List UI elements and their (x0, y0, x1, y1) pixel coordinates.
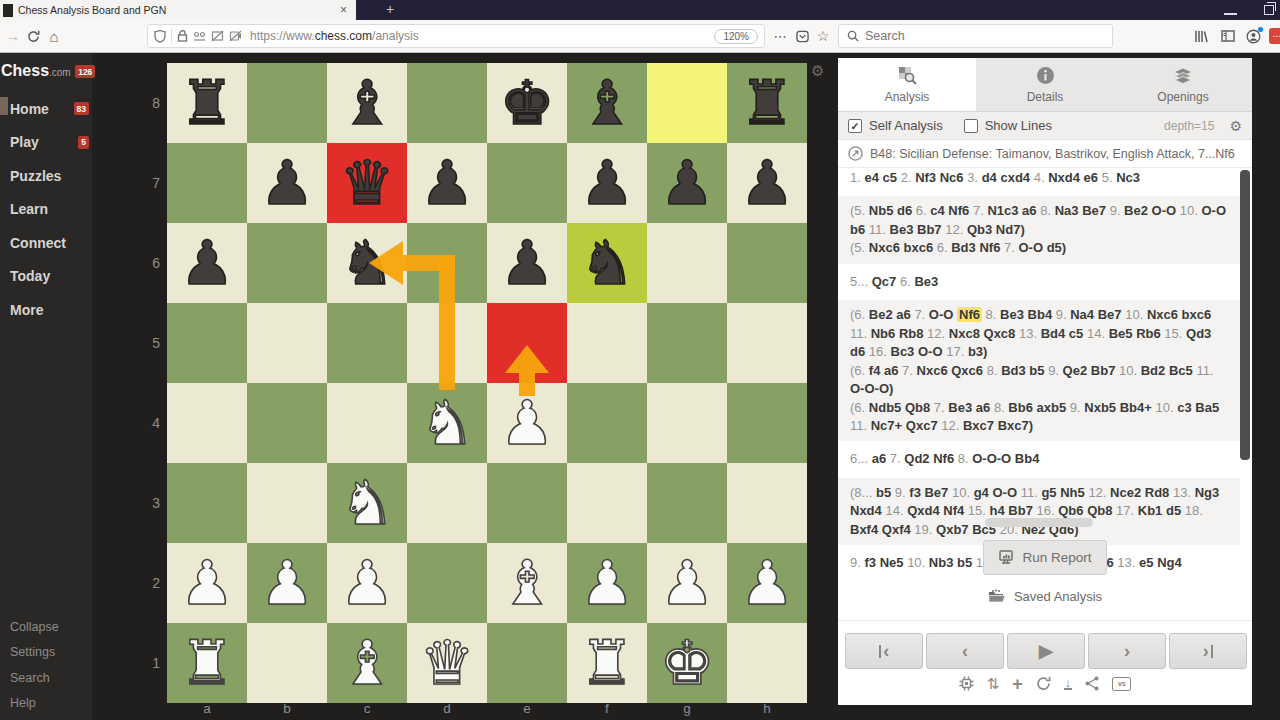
move-number: 14. (885, 503, 903, 518)
move-san[interactable]: c4 (930, 203, 944, 218)
move-san[interactable]: Bd4 (1041, 326, 1066, 341)
square-b1[interactable] (247, 623, 327, 703)
sidebar-toggle-icon[interactable] (1218, 20, 1238, 52)
move-san[interactable]: Nb5 (869, 203, 894, 218)
square-a5[interactable] (167, 303, 247, 383)
black-knight-c6[interactable]: ♞ (327, 223, 407, 303)
black-rook-h8[interactable]: ♜ (727, 63, 807, 143)
square-c4[interactable] (327, 383, 407, 463)
square-h2[interactable]: ♟ (727, 543, 807, 623)
move-san[interactable]: Qd3 (1186, 326, 1211, 341)
move-san[interactable]: Nb6 (871, 326, 896, 341)
square-a7[interactable] (167, 143, 247, 223)
square-b5[interactable] (247, 303, 327, 383)
square-b8[interactable] (247, 63, 327, 143)
tab-close-icon[interactable]: × (340, 0, 347, 20)
move-number: 8. (958, 451, 969, 466)
move-san[interactable]: cxd4 (1000, 170, 1030, 185)
tab-details[interactable]: Details (976, 58, 1114, 111)
black-pawn-f7[interactable]: ♟ (567, 143, 647, 223)
sidebar-item-puzzles[interactable]: Puzzles (10, 159, 89, 193)
flip-board-icon[interactable]: ⇅ (987, 676, 1000, 691)
move-san[interactable]: Be2 (869, 307, 893, 322)
square-f8[interactable]: ♝ (567, 63, 647, 143)
move-san[interactable]: Nf6 (933, 451, 954, 466)
account-icon[interactable] (1243, 20, 1263, 52)
square-d7[interactable]: ♟ (407, 143, 487, 223)
move-san[interactable]: Bc5 (1169, 363, 1193, 378)
move-san[interactable]: Rb8 (899, 326, 924, 341)
sidebar-footer-collapse[interactable]: Collapse (10, 614, 59, 640)
sidebar-item-today[interactable]: Today (10, 260, 89, 294)
blocked-content-icon[interactable] (211, 30, 224, 42)
square-d8[interactable] (407, 63, 487, 143)
move-san[interactable]: b5 (957, 555, 972, 570)
move-san[interactable]: Ne5 (880, 555, 904, 570)
square-f7[interactable]: ♟ (567, 143, 647, 223)
square-g1[interactable]: ♚ (647, 623, 727, 703)
move-san[interactable]: Nxc6 (869, 240, 900, 255)
square-c8[interactable]: ♝ (327, 63, 407, 143)
move-san[interactable]: b5 (876, 485, 891, 500)
square-a2[interactable]: ♟ (167, 543, 247, 623)
move-san[interactable]: Nf6 (979, 240, 1000, 255)
move-san[interactable]: Bxf4 (850, 522, 878, 537)
analysis-board-icon (897, 65, 917, 85)
chesscom-logo[interactable]: Chess.com 126 (1, 62, 95, 80)
sidebar-item-learn[interactable]: Learn (10, 193, 89, 227)
sidebar-item-play[interactable]: Play5 (10, 126, 89, 160)
square-h3[interactable] (727, 463, 807, 543)
black-pawn-e6[interactable]: ♟ (487, 223, 567, 303)
move-san[interactable]: Nf6 (957, 307, 982, 322)
move-san[interactable]: b5 (1029, 363, 1044, 378)
square-c7[interactable]: ♛ (327, 143, 407, 223)
move-number: 6. (900, 274, 911, 289)
square-g2[interactable]: ♟ (647, 543, 727, 623)
move-san[interactable]: Bb4+ (1120, 400, 1152, 415)
blocked-media-icon[interactable] (229, 30, 242, 42)
move-san[interactable]: bxc6 (1182, 307, 1212, 322)
move-san[interactable]: d5) (1047, 240, 1067, 255)
move-san[interactable]: Ndb5 (869, 400, 902, 415)
move-number: 3. (967, 170, 978, 185)
move-san[interactable]: Be3 (948, 400, 972, 415)
move-san[interactable]: Qxc6 (951, 363, 983, 378)
square-g8[interactable] (647, 63, 727, 143)
move-san[interactable]: O-O (918, 344, 943, 359)
move-san[interactable]: Bd3 (951, 240, 976, 255)
move-san[interactable]: axb5 (1037, 400, 1067, 415)
move-san[interactable]: Qb8 (1087, 503, 1112, 518)
square-d2[interactable] (407, 543, 487, 623)
move-san[interactable]: Nd7) (996, 222, 1025, 237)
first-move-button[interactable]: ‹ (845, 633, 923, 669)
sidebar-item-label: Home (10, 101, 49, 117)
square-d5[interactable] (407, 303, 487, 383)
white-bishop-c1[interactable]: ♝ (327, 623, 407, 703)
move-san[interactable]: d6 (850, 344, 865, 359)
sidebar-footer-search[interactable]: Search (10, 665, 59, 691)
move-san[interactable]: Na4 (1070, 307, 1094, 322)
move-san[interactable]: Nxc8 (949, 326, 980, 341)
black-bishop-c8[interactable]: ♝ (327, 63, 407, 143)
white-pawn-c2[interactable]: ♟ (327, 543, 407, 623)
move-san[interactable]: h4 (990, 503, 1005, 518)
move-san[interactable]: O-O (1201, 203, 1226, 218)
black-knight-f6[interactable]: ♞ (567, 223, 647, 303)
black-pawn-d7[interactable]: ♟ (407, 143, 487, 223)
move-san[interactable]: Bxc7) (998, 418, 1033, 433)
sidebar-footer: CollapseSettingsSearchHelp (10, 614, 59, 716)
move-san[interactable]: c5 (1069, 326, 1083, 341)
browser-search-bar[interactable]: Search (838, 24, 1113, 48)
move-number: 8. (994, 400, 1005, 415)
window-minimize-button[interactable] (1224, 13, 1237, 15)
page-actions-icon[interactable]: ⋯ (770, 20, 790, 52)
bookmark-star-icon[interactable]: ☆ (813, 20, 833, 52)
sidebar-item-connect[interactable]: Connect (10, 226, 89, 260)
square-g4[interactable] (647, 383, 727, 463)
search-placeholder: Search (865, 29, 905, 43)
play-button[interactable]: ▶ (1007, 633, 1085, 669)
move-san[interactable]: N1c3 (987, 203, 1018, 218)
square-h8[interactable]: ♜ (727, 63, 807, 143)
openings-stack-icon (1172, 66, 1194, 85)
sidebar-item-home[interactable]: Home83 (10, 92, 89, 126)
move-san[interactable]: Nf6 (948, 203, 969, 218)
square-g6[interactable] (647, 223, 727, 303)
move-san[interactable]: O-O (1152, 203, 1177, 218)
move-san[interactable]: Qb6 (1058, 503, 1083, 518)
square-b3[interactable] (247, 463, 327, 543)
move-number: 17. (946, 344, 964, 359)
extension-icon[interactable]: ⋯ (1268, 20, 1280, 52)
self-analysis-checkbox[interactable]: ✓ (848, 119, 862, 133)
black-rook-a8[interactable]: ♜ (167, 63, 247, 143)
tab-favicon-icon (3, 4, 13, 17)
move-san[interactable]: e5 (1139, 555, 1153, 570)
move-san[interactable]: a6 (872, 451, 886, 466)
move-san[interactable]: Kb1 (1138, 503, 1163, 518)
rank-label-3: 3 (132, 463, 160, 543)
logo-notification-badge: 126 (75, 65, 95, 78)
vs-computer-icon[interactable]: vs (1112, 677, 1131, 691)
black-bishop-f8[interactable]: ♝ (567, 63, 647, 143)
move-san[interactable]: Na3 (1055, 203, 1079, 218)
tracking-shield-icon[interactable] (154, 30, 166, 43)
move-number: 9. (1110, 203, 1121, 218)
move-san[interactable]: Qxd4 (907, 503, 940, 518)
square-d1[interactable]: ♛ (407, 623, 487, 703)
square-e8[interactable]: ♚ (487, 63, 567, 143)
move-san[interactable]: Nf3 (915, 170, 936, 185)
move-list-scrollbar[interactable] (1240, 170, 1250, 460)
white-queen-d1[interactable]: ♛ (407, 623, 487, 703)
square-a4[interactable] (167, 383, 247, 463)
move-san[interactable]: Rb6 (1136, 326, 1161, 341)
move-san[interactable]: a6 (896, 307, 910, 322)
move-number: 7. (1004, 240, 1015, 255)
reload-icon[interactable] (22, 20, 44, 52)
rank-label-5: 5 (132, 303, 160, 383)
pocket-icon[interactable] (792, 20, 812, 52)
library-icon[interactable] (1191, 20, 1211, 52)
move-san[interactable]: Be3 (1000, 307, 1024, 322)
add-icon[interactable]: + (1012, 677, 1023, 691)
move-san[interactable]: b6 (850, 222, 865, 237)
sidebar-footer-help[interactable]: Help (10, 691, 59, 717)
move-san[interactable]: Nf4 (943, 503, 964, 518)
move-san[interactable]: Nxc6 (1147, 307, 1178, 322)
chess-board[interactable]: ♜♝♚♝♜♟♛♟♟♟♟♟♞♟♞♞♟♞♟♟♟♝♟♟♟♜♝♛♜♚ (167, 63, 807, 703)
show-lines-checkbox[interactable] (964, 119, 978, 133)
square-h4[interactable] (727, 383, 807, 463)
move-san[interactable]: O-O (1018, 240, 1043, 255)
move-san[interactable]: Bb7 (1008, 503, 1033, 518)
move-san[interactable]: f3 (864, 555, 876, 570)
move-san[interactable]: a6 (1022, 203, 1036, 218)
square-a6[interactable]: ♟ (167, 223, 247, 303)
white-rook-a1[interactable]: ♜ (167, 623, 247, 703)
move-san[interactable]: Bd2 (1141, 363, 1166, 378)
move-san[interactable]: O-O (992, 485, 1017, 500)
board-settings-gear-icon[interactable]: ⚙ (811, 62, 824, 80)
move-san[interactable]: Nc7+ (871, 418, 902, 433)
sidebar-footer-settings[interactable]: Settings (10, 640, 59, 666)
black-pawn-a6[interactable]: ♟ (167, 223, 247, 303)
move-san[interactable]: b3) (968, 344, 988, 359)
square-a3[interactable] (167, 463, 247, 543)
black-pawn-h7[interactable]: ♟ (727, 143, 807, 223)
move-san[interactable]: Ng4 (1157, 555, 1182, 570)
reset-icon[interactable] (1036, 676, 1051, 691)
move-san[interactable]: Be7 (1082, 203, 1106, 218)
square-g7[interactable]: ♟ (647, 143, 727, 223)
white-pawn-e4[interactable]: ♟ (487, 383, 567, 463)
square-f4[interactable] (567, 383, 647, 463)
permissions-icon[interactable] (193, 31, 206, 42)
sidebar-item-more[interactable]: More (10, 293, 89, 327)
move-san[interactable]: Qd2 (904, 451, 929, 466)
white-pawn-f2[interactable]: ♟ (567, 543, 647, 623)
square-g5[interactable] (647, 303, 727, 383)
share-icon[interactable] (1085, 676, 1099, 691)
white-bishop-e2[interactable]: ♝ (487, 543, 567, 623)
move-number: 1. (850, 170, 861, 185)
move-san[interactable]: Qb8 (905, 400, 930, 415)
move-san[interactable]: Bb7 (1091, 363, 1116, 378)
move-san[interactable]: Be3 (914, 274, 938, 289)
square-a1[interactable]: ♜ (167, 623, 247, 703)
move-san[interactable]: Be3 (890, 222, 914, 237)
move-san[interactable]: Qxc7 (906, 418, 938, 433)
next-move-button[interactable]: › (1088, 633, 1166, 669)
window-restore-button[interactable] (1264, 5, 1274, 15)
move-san[interactable]: d4 (982, 170, 997, 185)
square-b4[interactable] (247, 383, 327, 463)
white-king-g1[interactable]: ♚ (647, 623, 727, 703)
square-d4[interactable]: ♞ (407, 383, 487, 463)
move-san[interactable]: Qxc8 (984, 326, 1016, 341)
white-knight-c3[interactable]: ♞ (327, 463, 407, 543)
move-san[interactable]: Qb3 (967, 222, 992, 237)
url-bar[interactable]: https://www.chess.com/analysis 120% (147, 24, 765, 48)
options-gear-icon[interactable]: ⚙ (1229, 118, 1242, 134)
move-san[interactable]: a6 (976, 400, 990, 415)
square-d3[interactable] (407, 463, 487, 543)
lock-icon[interactable] (177, 30, 188, 42)
black-pawn-g7[interactable]: ♟ (647, 143, 727, 223)
square-e2[interactable]: ♝ (487, 543, 567, 623)
square-f3[interactable] (567, 463, 647, 543)
move-san[interactable]: Ng3 (1195, 485, 1220, 500)
move-number: 10. (1180, 203, 1198, 218)
move-san[interactable]: Be7 (1098, 307, 1122, 322)
move-san[interactable]: O-O (929, 307, 954, 322)
black-pawn-b7[interactable]: ♟ (247, 143, 327, 223)
move-san[interactable]: f4 (869, 363, 881, 378)
square-f1[interactable]: ♜ (567, 623, 647, 703)
move-san[interactable]: Rd8 (1145, 485, 1170, 500)
move-san[interactable]: Bc3 (891, 344, 915, 359)
move-san[interactable]: Bb7 (917, 222, 942, 237)
move-san[interactable]: Nxd4 (850, 503, 882, 518)
square-e7[interactable] (487, 143, 567, 223)
last-move-button[interactable]: › (1169, 633, 1247, 669)
square-b7[interactable]: ♟ (247, 143, 327, 223)
browser-toolbar: → ⌂ https://www.chess.com/analysis 120% … (0, 20, 1280, 53)
white-pawn-g2[interactable]: ♟ (647, 543, 727, 623)
black-queen-c7[interactable]: ♛ (327, 143, 407, 223)
move-san[interactable]: Nxc6 (917, 363, 948, 378)
move-san[interactable]: g4 (974, 485, 989, 500)
white-pawn-b2[interactable]: ♟ (247, 543, 327, 623)
move-san[interactable]: Qxf4 (882, 522, 911, 537)
square-b6[interactable] (247, 223, 327, 303)
home-icon[interactable]: ⌂ (43, 20, 65, 52)
square-g3[interactable] (647, 463, 727, 543)
square-c1[interactable]: ♝ (327, 623, 407, 703)
square-b2[interactable]: ♟ (247, 543, 327, 623)
move-san[interactable]: Nce2 (1110, 485, 1141, 500)
tab-analysis[interactable]: Analysis (838, 58, 976, 111)
square-f2[interactable]: ♟ (567, 543, 647, 623)
move-san[interactable]: Be7 (924, 485, 948, 500)
square-e6[interactable]: ♟ (487, 223, 567, 303)
move-san[interactable]: a6 (884, 363, 898, 378)
forward-icon[interactable]: → (2, 20, 24, 52)
report-icon (998, 550, 1014, 565)
move-san[interactable]: Nh5 (1060, 485, 1085, 500)
zoom-level-badge[interactable]: 120% (714, 29, 758, 44)
browser-tab[interactable]: Chess Analysis Board and PGN × (0, 0, 356, 20)
engine-icon[interactable] (959, 676, 974, 691)
saved-analysis-button[interactable]: Saved Analysis (838, 589, 1252, 604)
move-number: 7. (902, 363, 913, 378)
move-san[interactable]: c3 (1177, 400, 1191, 415)
file-labels: abcdefgh (167, 701, 807, 716)
square-e5[interactable] (487, 303, 567, 383)
move-san[interactable]: d6 (897, 203, 912, 218)
move-san[interactable]: Qe2 (1063, 363, 1088, 378)
move-line: (8... b5 9. f3 Be7 10. g4 O-O 11. g5 Nh5… (850, 484, 1228, 539)
download-icon[interactable]: ↓ (1064, 677, 1073, 690)
tab-openings[interactable]: Openings (1114, 58, 1252, 111)
square-e4[interactable]: ♟ (487, 383, 567, 463)
board-tools-row: ⇅ + ↓ vs (838, 676, 1252, 691)
move-san[interactable]: Be2 (1124, 203, 1148, 218)
move-san[interactable]: Bb4 (1028, 307, 1053, 322)
move-san[interactable]: d5 (1166, 503, 1181, 518)
square-f6[interactable]: ♞ (567, 223, 647, 303)
square-h6[interactable] (727, 223, 807, 303)
square-h5[interactable] (727, 303, 807, 383)
move-san[interactable]: O-O-O (972, 451, 1011, 466)
move-san[interactable]: Nb3 (929, 555, 954, 570)
tab-label: Analysis (885, 90, 930, 104)
white-pawn-h2[interactable]: ♟ (727, 543, 807, 623)
move-san[interactable]: Bxc7 (963, 418, 994, 433)
tab-label: Openings (1157, 90, 1208, 104)
prev-move-button[interactable]: ‹ (926, 633, 1004, 669)
url-text[interactable]: https://www.chess.com/analysis (250, 29, 419, 43)
move-san[interactable]: O-O-O) (850, 381, 893, 396)
move-san[interactable]: Be5 (1109, 326, 1133, 341)
square-c3[interactable]: ♞ (327, 463, 407, 543)
move-san[interactable]: Ba5 (1195, 400, 1219, 415)
move-san[interactable]: Bb4 (1015, 451, 1040, 466)
square-c6[interactable]: ♞ (327, 223, 407, 303)
move-san[interactable]: Nc6 (940, 170, 964, 185)
square-c5[interactable] (327, 303, 407, 383)
square-e1[interactable] (487, 623, 567, 703)
square-e3[interactable] (487, 463, 567, 543)
white-rook-f1[interactable]: ♜ (567, 623, 647, 703)
opening-name-row[interactable]: B48: Sicilian Defense: Taimanov, Bastrik… (838, 140, 1252, 168)
move-san[interactable]: g5 (1041, 485, 1056, 500)
white-pawn-a2[interactable]: ♟ (167, 543, 247, 623)
move-san[interactable]: Qc7 (872, 274, 897, 289)
square-f5[interactable] (567, 303, 647, 383)
move-san[interactable]: Bd3 (1001, 363, 1026, 378)
move-san[interactable]: Bb6 (1008, 400, 1033, 415)
square-d6[interactable] (407, 223, 487, 303)
black-king-e8[interactable]: ♚ (487, 63, 567, 143)
move-san[interactable]: Qxb7 (936, 522, 969, 537)
square-h1[interactable] (727, 623, 807, 703)
move-san[interactable]: e6 (1084, 170, 1098, 185)
move-san[interactable]: Nxb5 (1084, 400, 1116, 415)
move-san[interactable]: e4 (864, 170, 878, 185)
move-san[interactable]: bxc6 (904, 240, 934, 255)
new-tab-button[interactable]: + (386, 0, 394, 19)
file-label-b: b (247, 701, 327, 716)
white-knight-d4[interactable]: ♞ (407, 383, 487, 463)
move-san[interactable]: Nxd4 (1048, 170, 1080, 185)
square-h7[interactable]: ♟ (727, 143, 807, 223)
file-label-c: c (327, 701, 407, 716)
square-a8[interactable]: ♜ (167, 63, 247, 143)
mainline-moves: 5... Qc7 6. Be3 (838, 273, 1240, 291)
square-c2[interactable]: ♟ (327, 543, 407, 623)
move-line: (6. f4 a6 7. Nxc6 Qxc6 8. Bd3 b5 9. Qe2 … (850, 362, 1228, 399)
variation-moves: (8... b5 9. f3 Be7 10. g4 O-O 11. g5 Nh5… (838, 478, 1240, 545)
move-san[interactable]: c5 (883, 170, 897, 185)
move-san[interactable]: f3 (909, 485, 921, 500)
run-report-button[interactable]: Run Report (983, 540, 1107, 575)
move-san[interactable]: Nc3 (1116, 170, 1140, 185)
